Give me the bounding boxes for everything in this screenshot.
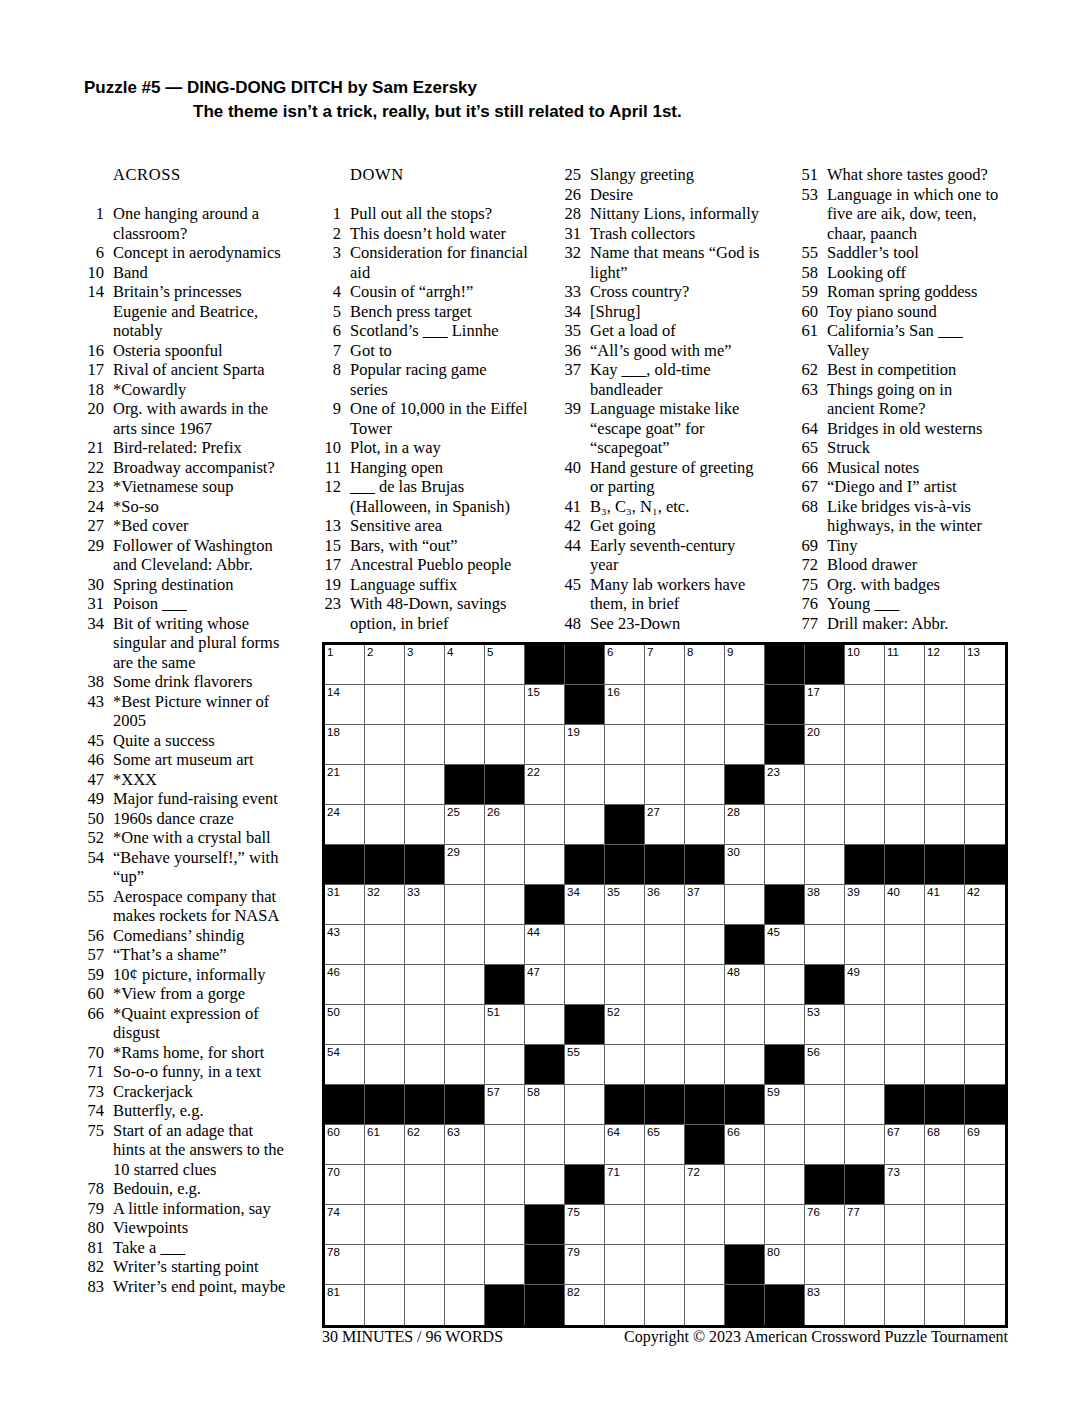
grid-cell[interactable] xyxy=(365,685,405,725)
grid-cell[interactable] xyxy=(845,1125,885,1165)
grid-cell[interactable] xyxy=(365,1285,405,1325)
grid-cell[interactable]: 83 xyxy=(805,1285,845,1325)
grid-cell[interactable] xyxy=(485,885,525,925)
clue-number: 38 xyxy=(84,672,104,692)
grid-cell[interactable]: 12 xyxy=(925,645,965,685)
grid-cell[interactable] xyxy=(685,1045,725,1085)
grid-cell[interactable] xyxy=(445,1045,485,1085)
clue-item: 23*Vietnamese soup xyxy=(84,477,288,497)
grid-cell[interactable] xyxy=(405,1285,445,1325)
grid-cell[interactable]: 27 xyxy=(645,805,685,845)
grid-cell[interactable] xyxy=(685,1205,725,1245)
grid-cell[interactable] xyxy=(845,1045,885,1085)
clue-text: Rival of ancient Sparta xyxy=(113,360,288,380)
grid-cell[interactable]: 42 xyxy=(965,885,1005,925)
grid-cell[interactable] xyxy=(765,965,805,1005)
grid-cell[interactable] xyxy=(445,885,485,925)
grid-cell[interactable] xyxy=(925,925,965,965)
cell-number: 78 xyxy=(327,1245,340,1259)
grid-cell[interactable] xyxy=(685,685,725,725)
grid-cell[interactable] xyxy=(405,805,445,845)
cell-number: 27 xyxy=(647,805,660,819)
grid-cell[interactable]: 20 xyxy=(805,725,845,765)
clue-item: 17Rival of ancient Sparta xyxy=(84,360,288,380)
grid-cell[interactable] xyxy=(765,1205,805,1245)
grid-cell[interactable]: 41 xyxy=(925,885,965,925)
grid-cell[interactable] xyxy=(685,805,725,845)
clue-item: 31Poison ___ xyxy=(84,594,288,614)
grid-cell[interactable] xyxy=(485,1165,525,1205)
clue-text: *Quaint expression of disgust xyxy=(113,1004,288,1043)
grid-cell[interactable]: 43 xyxy=(325,925,365,965)
cell-number: 63 xyxy=(447,1125,460,1139)
grid-cell[interactable] xyxy=(645,1045,685,1085)
grid-cell[interactable] xyxy=(645,1205,685,1245)
grid-cell[interactable] xyxy=(965,1045,1005,1085)
grid-cell[interactable] xyxy=(485,845,525,885)
clue-number: 10 xyxy=(321,438,341,458)
grid-cell[interactable] xyxy=(405,685,445,725)
grid-cell[interactable]: 4 xyxy=(445,645,485,685)
grid-cell[interactable] xyxy=(565,965,605,1005)
grid-cell[interactable] xyxy=(885,1285,925,1325)
grid-cell[interactable] xyxy=(805,1245,845,1285)
grid-cell[interactable] xyxy=(925,1205,965,1245)
grid-cell[interactable] xyxy=(485,1245,525,1285)
grid-cell[interactable]: 50 xyxy=(325,1005,365,1045)
grid-cell[interactable] xyxy=(725,1205,765,1245)
grid-cell[interactable] xyxy=(445,925,485,965)
grid-cell[interactable]: 55 xyxy=(565,1045,605,1085)
grid-cell[interactable] xyxy=(845,765,885,805)
grid-cell[interactable] xyxy=(845,1285,885,1325)
grid-cell[interactable] xyxy=(765,805,805,845)
grid-cell[interactable] xyxy=(965,965,1005,1005)
grid-cell[interactable] xyxy=(685,1285,725,1325)
grid-cell[interactable] xyxy=(845,1005,885,1045)
grid-cell[interactable]: 65 xyxy=(645,1125,685,1165)
grid-cell[interactable] xyxy=(925,685,965,725)
grid-cell[interactable]: 34 xyxy=(565,885,605,925)
grid-cell[interactable] xyxy=(525,805,565,845)
grid-cell[interactable] xyxy=(685,1245,725,1285)
grid-cell[interactable] xyxy=(645,1285,685,1325)
grid-cell[interactable]: 10 xyxy=(845,645,885,685)
grid-cell[interactable] xyxy=(765,1165,805,1205)
grid-cell[interactable] xyxy=(565,925,605,965)
grid-cell[interactable] xyxy=(685,725,725,765)
grid-cell[interactable]: 68 xyxy=(925,1125,965,1165)
grid-cell[interactable]: 46 xyxy=(325,965,365,1005)
grid-cell[interactable] xyxy=(605,1285,645,1325)
grid-cell[interactable] xyxy=(925,1045,965,1085)
grid-cell[interactable] xyxy=(405,1245,445,1285)
grid-cell[interactable] xyxy=(525,1165,565,1205)
grid-cell[interactable]: 45 xyxy=(765,925,805,965)
grid-cell[interactable]: 74 xyxy=(325,1205,365,1245)
grid-cell[interactable] xyxy=(965,1005,1005,1045)
grid-cell[interactable] xyxy=(765,845,805,885)
black-cell xyxy=(765,1045,805,1085)
clue-item: 8Popular racing game series xyxy=(321,360,528,399)
cell-number: 19 xyxy=(567,725,580,739)
grid-cell[interactable]: 72 xyxy=(685,1165,725,1205)
grid-cell[interactable]: 56 xyxy=(805,1045,845,1085)
grid-cell[interactable] xyxy=(845,1245,885,1285)
black-cell xyxy=(325,845,365,885)
grid-cell[interactable] xyxy=(845,685,885,725)
grid-cell[interactable] xyxy=(885,925,925,965)
grid-cell[interactable] xyxy=(485,725,525,765)
grid-cell[interactable]: 32 xyxy=(365,885,405,925)
grid-cell[interactable]: 21 xyxy=(325,765,365,805)
grid-cell[interactable] xyxy=(565,1085,605,1125)
grid-cell[interactable] xyxy=(965,1165,1005,1205)
grid-cell[interactable] xyxy=(685,765,725,805)
grid-cell[interactable]: 61 xyxy=(365,1125,405,1165)
grid-cell[interactable] xyxy=(685,1005,725,1045)
grid-cell[interactable] xyxy=(605,925,645,965)
grid-cell[interactable] xyxy=(885,965,925,1005)
grid-cell[interactable]: 37 xyxy=(685,885,725,925)
grid-cell[interactable]: 49 xyxy=(845,965,885,1005)
grid-cell[interactable] xyxy=(365,1205,405,1245)
clue-text: Poison ___ xyxy=(113,594,288,614)
grid-cell[interactable] xyxy=(925,965,965,1005)
grid-cell[interactable] xyxy=(445,1005,485,1045)
grid-cell[interactable]: 35 xyxy=(605,885,645,925)
grid-cell[interactable]: 19 xyxy=(565,725,605,765)
clue-number: 34 xyxy=(84,614,104,673)
grid-cell[interactable] xyxy=(725,885,765,925)
grid-cell[interactable] xyxy=(805,1125,845,1165)
grid-cell[interactable]: 6 xyxy=(605,645,645,685)
grid-cell[interactable] xyxy=(365,725,405,765)
grid-cell[interactable]: 3 xyxy=(405,645,445,685)
grid-cell[interactable] xyxy=(845,925,885,965)
clue-text: Looking off xyxy=(827,263,999,283)
clue-text: This doesn’t hold water xyxy=(350,224,528,244)
grid-cell[interactable] xyxy=(445,965,485,1005)
clue-item: 71So-o-o funny, in a text xyxy=(84,1062,288,1082)
cell-number: 25 xyxy=(447,805,460,819)
grid-cell[interactable]: 57 xyxy=(485,1085,525,1125)
clue-number: 48 xyxy=(561,614,581,634)
grid-cell[interactable]: 73 xyxy=(885,1165,925,1205)
grid-cell[interactable] xyxy=(525,845,565,885)
grid-cell[interactable] xyxy=(925,1165,965,1205)
grid-cell[interactable]: 52 xyxy=(605,1005,645,1045)
grid-cell[interactable] xyxy=(445,1165,485,1205)
clue-text: B₃, C₃, N₁, etc. xyxy=(590,497,762,517)
clue-text: Sensitive area xyxy=(350,516,528,536)
grid-cell[interactable] xyxy=(965,805,1005,845)
grid-cell[interactable] xyxy=(925,765,965,805)
grid-cell[interactable] xyxy=(485,1205,525,1245)
clue-number: 75 xyxy=(798,575,818,595)
grid-cell[interactable] xyxy=(805,845,845,885)
clue-text: Consideration for financial aid xyxy=(350,243,528,282)
clue-item: 80Viewpoints xyxy=(84,1218,288,1238)
grid-cell[interactable]: 60 xyxy=(325,1125,365,1165)
grid-cell[interactable] xyxy=(645,965,685,1005)
black-cell xyxy=(685,1125,725,1165)
grid-cell[interactable] xyxy=(365,805,405,845)
grid-cell[interactable] xyxy=(965,925,1005,965)
grid-cell[interactable] xyxy=(885,765,925,805)
grid-cell[interactable] xyxy=(965,765,1005,805)
grid-cell[interactable]: 59 xyxy=(765,1085,805,1125)
grid-cell[interactable] xyxy=(845,1085,885,1125)
grid-cell[interactable]: 25 xyxy=(445,805,485,845)
grid-cell[interactable] xyxy=(605,1245,645,1285)
grid-cell[interactable] xyxy=(525,1005,565,1045)
grid-cell[interactable]: 54 xyxy=(325,1045,365,1085)
grid-cell[interactable] xyxy=(405,1205,445,1245)
grid-cell[interactable]: 63 xyxy=(445,1125,485,1165)
grid-cell[interactable]: 64 xyxy=(605,1125,645,1165)
clue-text: Early seventh-century year xyxy=(590,536,762,575)
grid-cell[interactable]: 47 xyxy=(525,965,565,1005)
black-cell xyxy=(525,885,565,925)
grid-cell[interactable] xyxy=(885,1045,925,1085)
grid-cell[interactable]: 26 xyxy=(485,805,525,845)
grid-cell[interactable]: 22 xyxy=(525,765,565,805)
grid-cell[interactable]: 38 xyxy=(805,885,845,925)
grid-cell[interactable] xyxy=(765,1005,805,1045)
grid-cell[interactable] xyxy=(365,1045,405,1085)
grid-cell[interactable]: 71 xyxy=(605,1165,645,1205)
grid-cell[interactable] xyxy=(845,725,885,765)
grid-cell[interactable] xyxy=(405,1045,445,1085)
grid-cell[interactable] xyxy=(885,725,925,765)
grid-cell[interactable]: 39 xyxy=(845,885,885,925)
grid-cell[interactable]: 48 xyxy=(725,965,765,1005)
grid-cell[interactable] xyxy=(605,965,645,1005)
clue-number: 82 xyxy=(84,1257,104,1277)
cell-number: 66 xyxy=(727,1125,740,1139)
grid-cell[interactable]: 67 xyxy=(885,1125,925,1165)
grid-cell[interactable] xyxy=(885,1005,925,1045)
grid-cell[interactable]: 44 xyxy=(525,925,565,965)
grid-cell[interactable] xyxy=(365,925,405,965)
grid-cell[interactable] xyxy=(925,1245,965,1285)
grid-cell[interactable]: 77 xyxy=(845,1205,885,1245)
grid-cell[interactable] xyxy=(365,1165,405,1205)
clue-number: 6 xyxy=(321,321,341,341)
grid-cell[interactable] xyxy=(965,1245,1005,1285)
grid-cell[interactable] xyxy=(485,685,525,725)
grid-cell[interactable] xyxy=(725,725,765,765)
grid-cell[interactable] xyxy=(805,925,845,965)
grid-cell[interactable] xyxy=(885,805,925,845)
grid-cell[interactable] xyxy=(645,685,685,725)
cell-number: 28 xyxy=(727,805,740,819)
grid-cell[interactable] xyxy=(565,805,605,845)
grid-cell[interactable] xyxy=(805,805,845,845)
grid-cell[interactable] xyxy=(445,685,485,725)
grid-cell[interactable] xyxy=(365,1005,405,1045)
grid-cell[interactable] xyxy=(485,1045,525,1085)
grid-cell[interactable]: 31 xyxy=(325,885,365,925)
grid-cell[interactable] xyxy=(365,965,405,1005)
clue-text: Bench press target xyxy=(350,302,528,322)
grid-cell[interactable] xyxy=(605,1205,645,1245)
clue-item: 30Spring destination xyxy=(84,575,288,595)
grid-cell[interactable]: 16 xyxy=(605,685,645,725)
clue-number: 33 xyxy=(561,282,581,302)
grid-cell[interactable]: 29 xyxy=(445,845,485,885)
grid-cell[interactable] xyxy=(925,1005,965,1045)
grid-cell[interactable] xyxy=(445,1245,485,1285)
grid-cell[interactable] xyxy=(485,1125,525,1165)
grid-cell[interactable] xyxy=(405,765,445,805)
grid-cell[interactable] xyxy=(685,965,725,1005)
grid-cell[interactable] xyxy=(805,1085,845,1125)
grid-cell[interactable] xyxy=(485,925,525,965)
grid-cell[interactable]: 78 xyxy=(325,1245,365,1285)
cell-number: 41 xyxy=(927,885,940,899)
clue-item: 28Nittany Lions, informally xyxy=(561,204,762,224)
clue-item: 33Cross country? xyxy=(561,282,762,302)
grid-cell[interactable] xyxy=(405,925,445,965)
grid-cell[interactable] xyxy=(725,1165,765,1205)
grid-cell[interactable]: 13 xyxy=(965,645,1005,685)
grid-cell[interactable] xyxy=(405,1165,445,1205)
grid-cell[interactable]: 7 xyxy=(645,645,685,685)
grid-cell[interactable] xyxy=(645,725,685,765)
grid-cell[interactable] xyxy=(365,765,405,805)
grid-cell[interactable]: 23 xyxy=(765,765,805,805)
grid-cell[interactable] xyxy=(885,1205,925,1245)
grid-cell[interactable] xyxy=(645,1165,685,1205)
cell-number: 15 xyxy=(527,685,540,699)
cell-number: 69 xyxy=(967,1125,980,1139)
grid-cell[interactable]: 28 xyxy=(725,805,765,845)
grid-cell[interactable]: 51 xyxy=(485,1005,525,1045)
grid-cell[interactable] xyxy=(725,1045,765,1085)
black-cell xyxy=(485,965,525,1005)
grid-cell[interactable] xyxy=(405,965,445,1005)
grid-cell[interactable]: 8 xyxy=(685,645,725,685)
grid-cell[interactable]: 40 xyxy=(885,885,925,925)
grid-cell[interactable] xyxy=(645,1245,685,1285)
grid-cell[interactable] xyxy=(445,1285,485,1325)
grid-cell[interactable] xyxy=(925,805,965,845)
grid-cell[interactable] xyxy=(885,685,925,725)
grid-cell[interactable]: 79 xyxy=(565,1245,605,1285)
clue-text: Start of an adage that hints at the answ… xyxy=(113,1121,288,1180)
clue-text: Get a load of xyxy=(590,321,762,341)
grid-cell[interactable]: 69 xyxy=(965,1125,1005,1165)
grid-cell[interactable]: 24 xyxy=(325,805,365,845)
grid-cell[interactable]: 30 xyxy=(725,845,765,885)
grid-cell[interactable] xyxy=(925,725,965,765)
grid-cell[interactable] xyxy=(965,725,1005,765)
black-cell xyxy=(325,1085,365,1125)
grid-cell[interactable] xyxy=(605,765,645,805)
clue-text: Comedians’ shindig xyxy=(113,926,288,946)
grid-cell[interactable] xyxy=(685,925,725,965)
grid-cell[interactable]: 36 xyxy=(645,885,685,925)
grid-cell[interactable] xyxy=(645,925,685,965)
grid-cell[interactable]: 9 xyxy=(725,645,765,685)
clue-text: *View from a gorge xyxy=(113,984,288,1004)
clue-text: *XXX xyxy=(113,770,288,790)
grid-cell[interactable]: 53 xyxy=(805,1005,845,1045)
grid-cell[interactable]: 75 xyxy=(565,1205,605,1245)
grid-cell[interactable]: 80 xyxy=(765,1245,805,1285)
grid-cell[interactable] xyxy=(405,1005,445,1045)
clue-number: 63 xyxy=(798,380,818,419)
grid-cell[interactable] xyxy=(765,1125,805,1165)
grid-cell[interactable]: 62 xyxy=(405,1125,445,1165)
grid-cell[interactable] xyxy=(445,1205,485,1245)
black-cell xyxy=(925,845,965,885)
black-cell xyxy=(725,1085,765,1125)
clue-text: Some art museum art xyxy=(113,750,288,770)
clue-item: 36“All’s good with me” xyxy=(561,341,762,361)
grid-cell[interactable]: 17 xyxy=(805,685,845,725)
grid-cell[interactable]: 1 xyxy=(325,645,365,685)
clue-number: 51 xyxy=(798,165,818,185)
clue-text: Quite a success xyxy=(113,731,288,751)
grid-cell[interactable] xyxy=(645,765,685,805)
grid-cell[interactable]: 15 xyxy=(525,685,565,725)
clue-item: 56Comedians’ shindig xyxy=(84,926,288,946)
clue-number: 21 xyxy=(84,438,104,458)
grid-cell[interactable]: 81 xyxy=(325,1285,365,1325)
grid-cell[interactable]: 70 xyxy=(325,1165,365,1205)
grid-cell[interactable]: 58 xyxy=(525,1085,565,1125)
clue-item: 46Some art museum art xyxy=(84,750,288,770)
grid-cell[interactable] xyxy=(605,725,645,765)
clue-text: Ancestral Pueblo people xyxy=(350,555,528,575)
clue-item: 44Early seventh-century year xyxy=(561,536,762,575)
grid-cell[interactable]: 5 xyxy=(485,645,525,685)
grid-cell[interactable] xyxy=(725,1005,765,1045)
puzzle-title: Puzzle #5 — DING-DONG DITCH by Sam Ezers… xyxy=(84,76,682,100)
grid-cell[interactable] xyxy=(605,1045,645,1085)
grid-cell[interactable] xyxy=(725,685,765,725)
grid-cell[interactable]: 11 xyxy=(885,645,925,685)
grid-cell[interactable] xyxy=(565,765,605,805)
grid-cell[interactable]: 33 xyxy=(405,885,445,925)
grid-cell[interactable] xyxy=(965,685,1005,725)
grid-cell[interactable] xyxy=(965,1205,1005,1245)
grid-cell[interactable] xyxy=(845,805,885,845)
grid-cell[interactable]: 2 xyxy=(365,645,405,685)
grid-cell[interactable] xyxy=(645,1005,685,1045)
grid-cell[interactable]: 66 xyxy=(725,1125,765,1165)
clue-number: 59 xyxy=(84,965,104,985)
grid-cell[interactable] xyxy=(405,725,445,765)
grid-cell[interactable] xyxy=(885,1245,925,1285)
grid-cell[interactable]: 14 xyxy=(325,685,365,725)
grid-cell[interactable] xyxy=(525,1125,565,1165)
grid-cell[interactable]: 82 xyxy=(565,1285,605,1325)
grid-cell[interactable] xyxy=(565,1125,605,1165)
grid-cell[interactable] xyxy=(525,725,565,765)
grid-cell[interactable] xyxy=(445,725,485,765)
grid-cell[interactable] xyxy=(925,1285,965,1325)
grid-cell[interactable] xyxy=(365,1245,405,1285)
grid-cell[interactable] xyxy=(805,765,845,805)
grid-cell[interactable] xyxy=(965,1285,1005,1325)
grid-cell[interactable]: 76 xyxy=(805,1205,845,1245)
cell-number: 3 xyxy=(407,645,413,659)
grid-cell[interactable]: 18 xyxy=(325,725,365,765)
